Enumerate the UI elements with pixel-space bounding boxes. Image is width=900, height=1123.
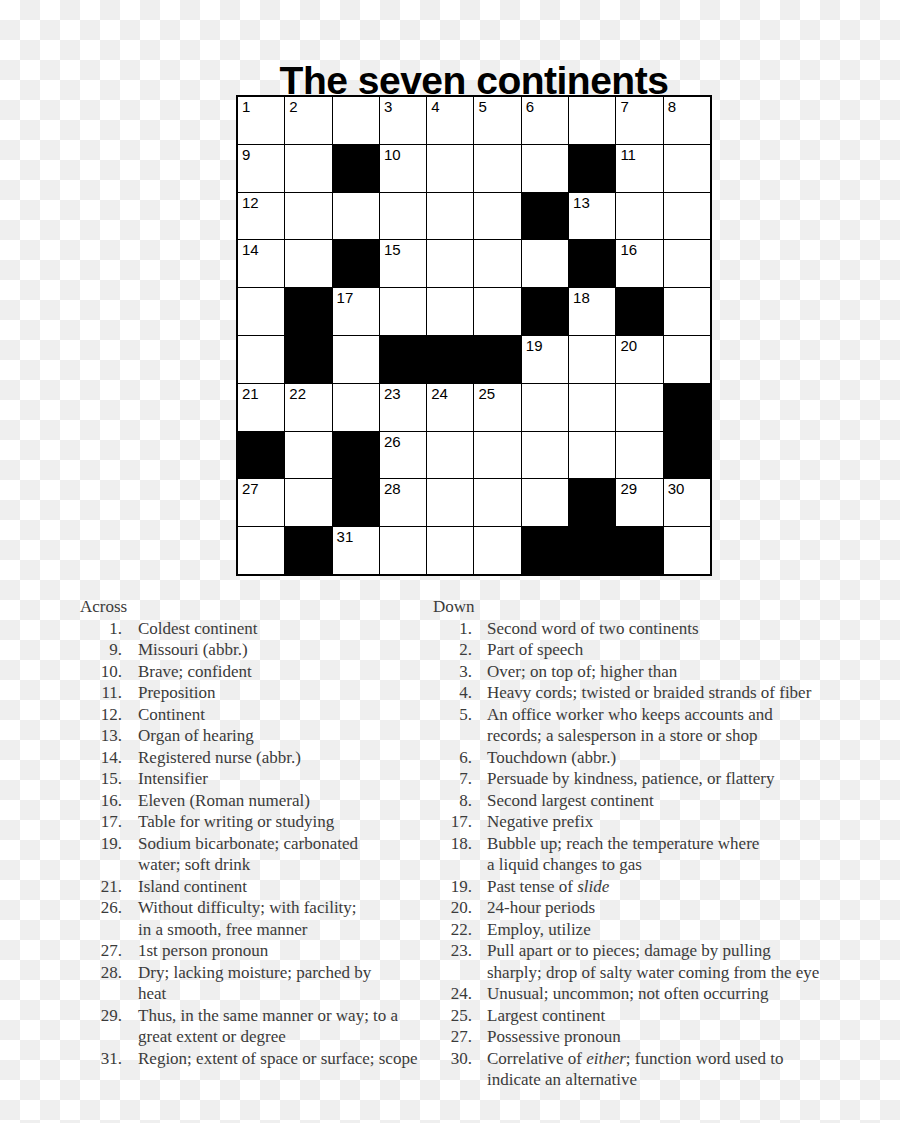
cell-r1c1[interactable]: 1 (238, 97, 284, 144)
cell-r10c2 (285, 527, 331, 574)
cell-r2c6[interactable] (474, 145, 520, 192)
across-clue-13: 13.Organ of hearing (80, 725, 432, 747)
cell-r4c4[interactable]: 15 (380, 240, 426, 287)
crossword-grid: 1234567891011121314151617181920212223242… (236, 95, 712, 576)
cell-number: 17 (337, 288, 354, 307)
cell-number: 13 (573, 193, 590, 212)
clue-number: 5. (433, 704, 472, 726)
cell-r2c7[interactable] (522, 145, 568, 192)
cell-r10c8 (569, 527, 615, 574)
clue-text: Touchdown (abbr.) (487, 747, 616, 769)
cell-r9c4[interactable]: 28 (380, 479, 426, 526)
cell-number: 23 (384, 384, 401, 403)
cell-r4c9[interactable]: 16 (616, 240, 662, 287)
cell-r1c6[interactable]: 5 (474, 97, 520, 144)
cell-number: 24 (431, 384, 448, 403)
page: The seven continents 1234567891011121314… (0, 0, 900, 1123)
cell-r4c2[interactable] (285, 240, 331, 287)
down-clue-list: 1.Second word of two continents2.Part of… (433, 618, 878, 1091)
clue-text: Largest continent (487, 1005, 605, 1027)
down-clue-4: 4.Heavy cords; twisted or braided strand… (433, 682, 878, 704)
clue-text: Past tense of slide (487, 876, 609, 898)
clue-text: Sodium bicarbonate; carbonatedwater; sof… (138, 833, 358, 876)
cell-r4c8 (569, 240, 615, 287)
clue-number: 2. (433, 639, 472, 661)
clue-text: Thus, in the same manner or way; to agre… (138, 1005, 398, 1048)
clue-number: 8. (433, 790, 472, 812)
across-clue-15: 15.Intensifier (80, 768, 432, 790)
cell-r2c1[interactable]: 9 (238, 145, 284, 192)
across-clue-16: 16.Eleven (Roman numeral) (80, 790, 432, 812)
cell-r9c6[interactable] (474, 479, 520, 526)
cell-number: 2 (289, 97, 297, 116)
cell-r7c8[interactable] (569, 384, 615, 431)
clue-number: 18. (433, 833, 472, 855)
clue-number: 12. (80, 704, 122, 726)
cell-r10c4[interactable] (380, 527, 426, 574)
clue-text: Second word of two continents (487, 618, 699, 640)
cell-r8c1 (238, 432, 284, 479)
cell-number: 31 (337, 527, 354, 546)
clue-text: Preposition (138, 682, 215, 704)
cell-number: 25 (478, 384, 495, 403)
clue-number: 23. (433, 940, 472, 962)
cell-number: 9 (242, 145, 250, 164)
cell-r3c1[interactable]: 12 (238, 193, 284, 240)
cell-r2c3 (333, 145, 379, 192)
clue-text: Unusual; uncommon; not often occurring (487, 983, 768, 1005)
clue-number: 11. (80, 682, 122, 704)
cell-r10c1[interactable] (238, 527, 284, 574)
cell-number: 28 (384, 479, 401, 498)
clue-text: Missouri (abbr.) (138, 639, 248, 661)
clue-text: Second largest continent (487, 790, 654, 812)
cell-r10c10[interactable] (664, 527, 710, 574)
down-clue-8: 8.Second largest continent (433, 790, 878, 812)
clue-text: Negative prefix (487, 811, 593, 833)
clue-text: Table for writing or studying (138, 811, 334, 833)
cell-number: 16 (620, 240, 637, 259)
cell-r1c8[interactable] (569, 97, 615, 144)
cell-r7c6[interactable]: 25 (474, 384, 520, 431)
cell-r5c2 (285, 288, 331, 335)
clue-number: 17. (433, 811, 472, 833)
cell-r6c1[interactable] (238, 336, 284, 383)
across-clue-27: 27.1st person pronoun (80, 940, 432, 962)
cell-number: 8 (668, 97, 676, 116)
cell-r3c5[interactable] (427, 193, 473, 240)
clue-text: Possessive pronoun (487, 1026, 621, 1048)
clue-number: 6. (433, 747, 472, 769)
cell-r2c5[interactable] (427, 145, 473, 192)
down-heading: Down (433, 596, 878, 618)
cell-number: 30 (668, 479, 685, 498)
cell-r1c5[interactable]: 4 (427, 97, 473, 144)
cell-r5c1[interactable] (238, 288, 284, 335)
cell-r7c1[interactable]: 21 (238, 384, 284, 431)
cell-r4c5[interactable] (427, 240, 473, 287)
cell-r2c4[interactable]: 10 (380, 145, 426, 192)
cell-r7c9[interactable] (616, 384, 662, 431)
down-clue-22: 22.Employ, utilize (433, 919, 878, 941)
cell-r8c5[interactable] (427, 432, 473, 479)
cell-r8c7[interactable] (522, 432, 568, 479)
clue-number: 24. (433, 983, 472, 1005)
across-clue-29: 29.Thus, in the same manner or way; to a… (80, 1005, 432, 1048)
cell-r1c3[interactable] (333, 97, 379, 144)
across-clue-17: 17.Table for writing or studying (80, 811, 432, 833)
cell-r6c7[interactable]: 19 (522, 336, 568, 383)
cell-r3c6[interactable] (474, 193, 520, 240)
cell-number: 29 (620, 479, 637, 498)
cell-number: 6 (526, 97, 534, 116)
clue-number: 31. (80, 1048, 122, 1070)
down-clue-17: 17.Negative prefix (433, 811, 878, 833)
cell-r7c7[interactable] (522, 384, 568, 431)
clue-text: Heavy cords; twisted or braided strands … (487, 682, 811, 704)
cell-r10c3[interactable]: 31 (333, 527, 379, 574)
cell-r2c10[interactable] (664, 145, 710, 192)
cell-r6c8[interactable] (569, 336, 615, 383)
cell-r9c10[interactable]: 30 (664, 479, 710, 526)
across-clue-14: 14.Registered nurse (abbr.) (80, 747, 432, 769)
clue-number: 13. (80, 725, 122, 747)
cell-r1c4[interactable]: 3 (380, 97, 426, 144)
clue-text: Island continent (138, 876, 247, 898)
clue-number: 22. (433, 919, 472, 941)
cell-r10c5[interactable] (427, 527, 473, 574)
cell-number: 3 (384, 97, 392, 116)
across-clues-section: Across 1.Coldest continent9.Missouri (ab… (80, 596, 432, 1069)
cell-number: 20 (620, 336, 637, 355)
clue-text: Without difficulty; with facility;in a s… (138, 897, 357, 940)
cell-number: 22 (289, 384, 306, 403)
clue-number: 19. (433, 876, 472, 898)
down-clue-2: 2.Part of speech (433, 639, 878, 661)
clue-text: Over; on top of; higher than (487, 661, 677, 683)
cell-number: 21 (242, 384, 259, 403)
clue-text: Part of speech (487, 639, 583, 661)
cell-r2c2[interactable] (285, 145, 331, 192)
cell-number: 15 (384, 240, 401, 259)
across-clue-1: 1.Coldest continent (80, 618, 432, 640)
down-clue-5: 5.An office worker who keeps accounts an… (433, 704, 878, 747)
cell-number: 11 (620, 145, 636, 164)
cell-r8c6[interactable] (474, 432, 520, 479)
down-clues-section: Down 1.Second word of two continents2.Pa… (433, 596, 878, 1091)
clue-number: 25. (433, 1005, 472, 1027)
cell-r6c6 (474, 336, 520, 383)
cell-r5c10[interactable] (664, 288, 710, 335)
cell-r6c9[interactable]: 20 (616, 336, 662, 383)
cell-r9c7[interactable] (522, 479, 568, 526)
cell-r9c1[interactable]: 27 (238, 479, 284, 526)
cell-r6c2 (285, 336, 331, 383)
cell-r9c9[interactable]: 29 (616, 479, 662, 526)
clue-number: 20. (433, 897, 472, 919)
cell-r5c9 (616, 288, 662, 335)
across-clue-21: 21.Island continent (80, 876, 432, 898)
clue-text: Brave; confident (138, 661, 252, 683)
cell-r3c7 (522, 193, 568, 240)
cell-r7c10 (664, 384, 710, 431)
clue-text: 24-hour periods (487, 897, 595, 919)
cell-r7c3[interactable] (333, 384, 379, 431)
clue-number: 21. (80, 876, 122, 898)
cell-r10c9 (616, 527, 662, 574)
clue-text: Coldest continent (138, 618, 257, 640)
cell-r8c9[interactable] (616, 432, 662, 479)
cell-r9c3 (333, 479, 379, 526)
cell-r3c8[interactable]: 13 (569, 193, 615, 240)
across-clue-11: 11.Preposition (80, 682, 432, 704)
cell-r5c3[interactable]: 17 (333, 288, 379, 335)
cell-r5c5[interactable] (427, 288, 473, 335)
cell-r1c9[interactable]: 7 (616, 97, 662, 144)
clue-text: An office worker who keeps accounts andr… (487, 704, 773, 747)
cell-r3c9[interactable] (616, 193, 662, 240)
across-clue-10: 10.Brave; confident (80, 661, 432, 683)
cell-r9c8 (569, 479, 615, 526)
cell-r6c10[interactable] (664, 336, 710, 383)
cell-r8c2[interactable] (285, 432, 331, 479)
down-clue-19: 19.Past tense of slide (433, 876, 878, 898)
clue-number: 27. (433, 1026, 472, 1048)
clue-text: Registered nurse (abbr.) (138, 747, 301, 769)
cell-r2c8 (569, 145, 615, 192)
cell-number: 14 (242, 240, 259, 259)
cell-r3c10[interactable] (664, 193, 710, 240)
down-clue-25: 25.Largest continent (433, 1005, 878, 1027)
clue-text: Correlative of either; function word use… (487, 1048, 784, 1091)
cell-r1c10[interactable]: 8 (664, 97, 710, 144)
clue-text: Employ, utilize (487, 919, 591, 941)
clue-number: 27. (80, 940, 122, 962)
down-clue-18: 18.Bubble up; reach the temperature wher… (433, 833, 878, 876)
across-clue-31: 31.Region; extent of space or surface; s… (80, 1048, 432, 1070)
cell-r6c5 (427, 336, 473, 383)
down-clue-30: 30.Correlative of either; function word … (433, 1048, 878, 1091)
cell-r1c2[interactable]: 2 (285, 97, 331, 144)
cell-r8c3 (333, 432, 379, 479)
clue-number: 10. (80, 661, 122, 683)
down-clue-6: 6.Touchdown (abbr.) (433, 747, 878, 769)
down-clue-24: 24.Unusual; uncommon; not often occurrin… (433, 983, 878, 1005)
clue-number: 14. (80, 747, 122, 769)
across-heading: Across (80, 596, 432, 618)
cell-r5c8[interactable]: 18 (569, 288, 615, 335)
cell-r9c2[interactable] (285, 479, 331, 526)
cell-r8c4[interactable]: 26 (380, 432, 426, 479)
cell-r3c3[interactable] (333, 193, 379, 240)
down-clue-20: 20.24-hour periods (433, 897, 878, 919)
cell-r8c8[interactable] (569, 432, 615, 479)
clue-number: 1. (80, 618, 122, 640)
clue-number: 3. (433, 661, 472, 683)
cell-number: 18 (573, 288, 590, 307)
down-clue-23: 23.Pull apart or to pieces; damage by pu… (433, 940, 878, 983)
cell-r7c5[interactable]: 24 (427, 384, 473, 431)
clue-number: 15. (80, 768, 122, 790)
cell-number: 19 (526, 336, 543, 355)
clue-text: Continent (138, 704, 205, 726)
clue-number: 19. (80, 833, 122, 855)
down-clue-27: 27.Possessive pronoun (433, 1026, 878, 1048)
down-clue-7: 7.Persuade by kindness, patience, or fla… (433, 768, 878, 790)
cell-r3c2[interactable] (285, 193, 331, 240)
cell-r2c9[interactable]: 11 (616, 145, 662, 192)
across-clue-26: 26.Without difficulty; with facility;in … (80, 897, 432, 940)
cell-r5c6[interactable] (474, 288, 520, 335)
cell-r4c6[interactable] (474, 240, 520, 287)
cell-number: 4 (431, 97, 439, 116)
cell-number: 10 (384, 145, 401, 164)
clue-text: Region; extent of space or surface; scop… (138, 1048, 417, 1070)
clue-number: 29. (80, 1005, 122, 1027)
cell-r6c3[interactable] (333, 336, 379, 383)
cell-r10c6[interactable] (474, 527, 520, 574)
cell-r7c4[interactable]: 23 (380, 384, 426, 431)
clue-text: 1st person pronoun (138, 940, 268, 962)
across-clue-28: 28.Dry; lacking moisture; parched byheat (80, 962, 432, 1005)
cell-r9c5[interactable] (427, 479, 473, 526)
cell-r1c7[interactable]: 6 (522, 97, 568, 144)
clue-number: 9. (80, 639, 122, 661)
across-clue-19: 19.Sodium bicarbonate; carbonatedwater; … (80, 833, 432, 876)
clue-text: Persuade by kindness, patience, or flatt… (487, 768, 775, 790)
clue-number: 16. (80, 790, 122, 812)
clue-number: 28. (80, 962, 122, 984)
cell-r4c3 (333, 240, 379, 287)
cell-r10c7 (522, 527, 568, 574)
cell-number: 1 (242, 97, 250, 116)
down-clue-3: 3.Over; on top of; higher than (433, 661, 878, 683)
clue-number: 7. (433, 768, 472, 790)
clue-number: 4. (433, 682, 472, 704)
across-clue-list: 1.Coldest continent9.Missouri (abbr.)10.… (80, 618, 432, 1070)
cell-r7c2[interactable]: 22 (285, 384, 331, 431)
cell-number: 5 (478, 97, 486, 116)
clue-number: 30. (433, 1048, 472, 1070)
cell-r4c7[interactable] (522, 240, 568, 287)
across-clue-9: 9.Missouri (abbr.) (80, 639, 432, 661)
cell-r6c4 (380, 336, 426, 383)
cell-r4c1[interactable]: 14 (238, 240, 284, 287)
cell-number: 12 (242, 193, 259, 212)
cell-number: 27 (242, 479, 259, 498)
clue-text: Intensifier (138, 768, 208, 790)
clue-text: Bubble up; reach the temperature wherea … (487, 833, 759, 876)
cell-number: 7 (620, 97, 628, 116)
clue-text: Dry; lacking moisture; parched byheat (138, 962, 371, 1005)
cell-r5c7 (522, 288, 568, 335)
cell-r3c4[interactable] (380, 193, 426, 240)
clue-text: Eleven (Roman numeral) (138, 790, 310, 812)
clue-text: Pull apart or to pieces; damage by pulli… (487, 940, 819, 983)
cell-r5c4[interactable] (380, 288, 426, 335)
cell-number: 26 (384, 432, 401, 451)
cell-r4c10[interactable] (664, 240, 710, 287)
across-clue-12: 12.Continent (80, 704, 432, 726)
clue-text: Organ of hearing (138, 725, 254, 747)
clue-number: 26. (80, 897, 122, 919)
clue-number: 1. (433, 618, 472, 640)
down-clue-1: 1.Second word of two continents (433, 618, 878, 640)
cell-r8c10 (664, 432, 710, 479)
clue-number: 17. (80, 811, 122, 833)
